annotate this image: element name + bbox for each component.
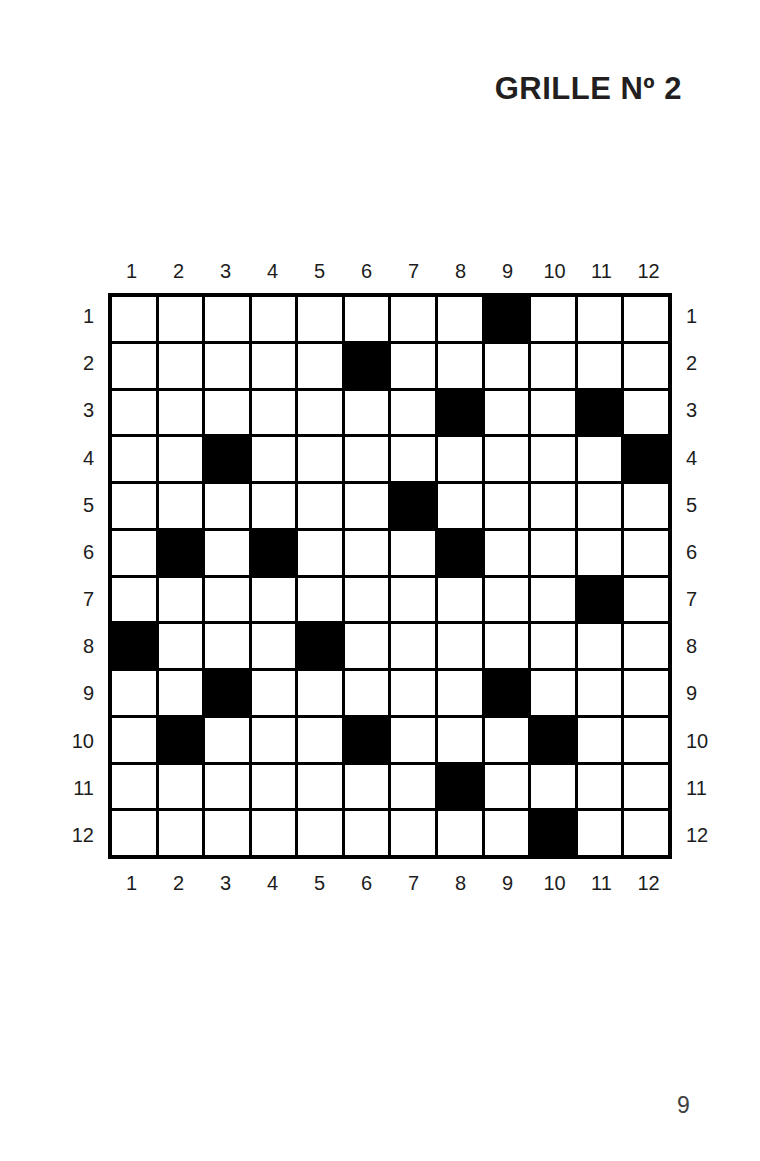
grid-cell[interactable] [485, 391, 529, 435]
grid-cell[interactable] [252, 344, 296, 388]
black-cell [159, 531, 203, 575]
grid-cell[interactable] [159, 297, 203, 341]
grid-cell[interactable] [578, 811, 622, 855]
grid-cell[interactable] [485, 531, 529, 575]
grid-cell[interactable] [205, 297, 249, 341]
grid-cell[interactable] [252, 718, 296, 762]
grid-cell[interactable] [578, 437, 622, 481]
grid-cell[interactable] [205, 391, 249, 435]
grid-cell[interactable] [252, 484, 296, 528]
col-label: 11 [578, 258, 625, 284]
grid-cell[interactable] [438, 811, 482, 855]
grid-cell[interactable] [345, 671, 389, 715]
grid-cell[interactable] [205, 811, 249, 855]
black-cell [578, 578, 622, 622]
grid-cell[interactable] [485, 344, 529, 388]
col-label: 1 [108, 870, 155, 896]
row-label: 8 [50, 623, 94, 670]
col-label: 7 [390, 870, 437, 896]
grid-cell[interactable] [438, 297, 482, 341]
grid-cell[interactable] [252, 437, 296, 481]
col-label: 10 [531, 870, 578, 896]
black-cell [205, 437, 249, 481]
grid-cell[interactable] [205, 718, 249, 762]
grid-cell[interactable] [159, 578, 203, 622]
grid-cell[interactable] [159, 624, 203, 668]
grid-cell[interactable] [252, 391, 296, 435]
grid-cell[interactable] [112, 344, 156, 388]
grid-cell[interactable] [159, 484, 203, 528]
grid-cell[interactable] [298, 437, 342, 481]
grid-cell[interactable] [345, 765, 389, 809]
row-label: 5 [50, 482, 94, 529]
black-cell [391, 484, 435, 528]
grid-cell[interactable] [112, 765, 156, 809]
row-label: 10 [686, 718, 730, 765]
grid-cell[interactable] [578, 344, 622, 388]
grid-cell[interactable] [624, 531, 668, 575]
page-title: GRILLE Nº 2 [495, 71, 682, 107]
grid-cell[interactable] [298, 297, 342, 341]
grid-cell[interactable] [391, 531, 435, 575]
black-cell [438, 391, 482, 435]
grid-cell[interactable] [391, 624, 435, 668]
grid-cell[interactable] [438, 484, 482, 528]
grid-cell[interactable] [298, 344, 342, 388]
black-cell [345, 718, 389, 762]
grid-cell[interactable] [112, 811, 156, 855]
col-label: 3 [202, 870, 249, 896]
black-cell [485, 671, 529, 715]
row-label: 2 [686, 340, 730, 387]
grid-cell[interactable] [438, 578, 482, 622]
grid-cell[interactable] [578, 765, 622, 809]
black-cell [531, 811, 575, 855]
black-cell [438, 531, 482, 575]
grid-cell[interactable] [531, 578, 575, 622]
grid-cell[interactable] [345, 811, 389, 855]
col-label: 9 [484, 870, 531, 896]
col-label: 10 [531, 258, 578, 284]
col-label: 3 [202, 258, 249, 284]
grid-cell[interactable] [112, 297, 156, 341]
grid-cell[interactable] [298, 531, 342, 575]
grid-cell[interactable] [298, 811, 342, 855]
grid-cell[interactable] [298, 578, 342, 622]
grid-cell[interactable] [252, 765, 296, 809]
grid-cell[interactable] [391, 437, 435, 481]
grid-cell[interactable] [391, 297, 435, 341]
row-label: 6 [686, 529, 730, 576]
grid-cell[interactable] [391, 391, 435, 435]
grid-cell[interactable] [531, 297, 575, 341]
row-label: 3 [50, 387, 94, 434]
row-label: 7 [50, 576, 94, 623]
col-label: 5 [296, 870, 343, 896]
grid-cell[interactable] [438, 718, 482, 762]
grid-cell[interactable] [345, 437, 389, 481]
row-label: 12 [686, 812, 730, 859]
black-cell [298, 624, 342, 668]
grid-cell[interactable] [485, 484, 529, 528]
grid-cell[interactable] [205, 765, 249, 809]
grid-cell[interactable] [578, 718, 622, 762]
grid-cell[interactable] [112, 718, 156, 762]
grid-cell[interactable] [578, 484, 622, 528]
grid-cell[interactable] [112, 531, 156, 575]
col-label: 7 [390, 258, 437, 284]
grid-cell[interactable] [438, 624, 482, 668]
col-label: 8 [437, 258, 484, 284]
grid-cell[interactable] [205, 531, 249, 575]
grid-cell[interactable] [159, 344, 203, 388]
col-label: 4 [249, 870, 296, 896]
grid-cell[interactable] [345, 391, 389, 435]
col-label: 12 [625, 870, 672, 896]
grid-cell[interactable] [252, 578, 296, 622]
black-cell [205, 671, 249, 715]
grid-cell[interactable] [205, 578, 249, 622]
col-label: 5 [296, 258, 343, 284]
grid-cell[interactable] [252, 671, 296, 715]
row-label: 3 [686, 387, 730, 434]
grid-cell[interactable] [159, 437, 203, 481]
grid-cell[interactable] [112, 437, 156, 481]
grid-cell[interactable] [624, 578, 668, 622]
grid-cell[interactable] [391, 811, 435, 855]
grid-cell[interactable] [624, 297, 668, 341]
grid-cell[interactable] [438, 437, 482, 481]
col-label: 6 [343, 870, 390, 896]
row-label: 4 [686, 435, 730, 482]
col-labels-bottom: 123456789101112 [108, 870, 672, 896]
grid-cell[interactable] [531, 765, 575, 809]
grid-cell[interactable] [485, 811, 529, 855]
grid-cell[interactable] [485, 578, 529, 622]
row-label: 11 [686, 765, 730, 812]
col-label: 8 [437, 870, 484, 896]
grid-cell[interactable] [578, 624, 622, 668]
grid-cell[interactable] [531, 671, 575, 715]
grid-cell[interactable] [531, 391, 575, 435]
grid-cell[interactable] [624, 718, 668, 762]
page-number: 9 [677, 1092, 690, 1119]
grid-cell[interactable] [159, 391, 203, 435]
black-cell [578, 391, 622, 435]
grid-cell[interactable] [298, 484, 342, 528]
grid-cell[interactable] [485, 765, 529, 809]
grid-cell[interactable] [438, 344, 482, 388]
black-cell [485, 297, 529, 341]
row-label: 12 [50, 812, 94, 859]
grid-cell[interactable] [159, 765, 203, 809]
black-cell [345, 344, 389, 388]
grid-cell[interactable] [485, 624, 529, 668]
grid-cell[interactable] [112, 671, 156, 715]
grid-cell[interactable] [578, 671, 622, 715]
grid-cell[interactable] [159, 671, 203, 715]
black-cell [624, 437, 668, 481]
grid-cell[interactable] [252, 297, 296, 341]
col-label: 12 [625, 258, 672, 284]
grid-cell[interactable] [531, 344, 575, 388]
grid-cell[interactable] [112, 578, 156, 622]
col-label: 6 [343, 258, 390, 284]
row-label: 8 [686, 623, 730, 670]
col-label: 4 [249, 258, 296, 284]
grid-cell[interactable] [578, 297, 622, 341]
row-label: 6 [50, 529, 94, 576]
grid-cell[interactable] [298, 765, 342, 809]
grid-cell[interactable] [531, 484, 575, 528]
grid-cell[interactable] [624, 624, 668, 668]
grid-cell[interactable] [531, 437, 575, 481]
black-cell [252, 531, 296, 575]
black-cell [112, 624, 156, 668]
grid-cell[interactable] [345, 578, 389, 622]
grid-cell[interactable] [578, 531, 622, 575]
grid-cell[interactable] [391, 578, 435, 622]
grid-cell[interactable] [485, 437, 529, 481]
grid-cell[interactable] [112, 484, 156, 528]
black-cell [438, 765, 482, 809]
grid-cell[interactable] [391, 718, 435, 762]
row-label: 9 [686, 670, 730, 717]
grid-cell[interactable] [298, 391, 342, 435]
grid-cell[interactable] [345, 484, 389, 528]
grid-cell[interactable] [624, 811, 668, 855]
row-labels-right: 123456789101112 [686, 293, 730, 859]
col-label: 1 [108, 258, 155, 284]
grid-cell[interactable] [391, 765, 435, 809]
col-label: 9 [484, 258, 531, 284]
black-cell [159, 718, 203, 762]
grid-cell[interactable] [252, 624, 296, 668]
row-label: 11 [50, 765, 94, 812]
grid-cell[interactable] [159, 811, 203, 855]
col-label: 2 [155, 870, 202, 896]
row-label: 10 [50, 718, 94, 765]
row-label: 1 [686, 293, 730, 340]
crossword-grid [108, 293, 672, 859]
grid-cell[interactable] [205, 344, 249, 388]
row-label: 1 [50, 293, 94, 340]
grid-cell[interactable] [624, 344, 668, 388]
grid-cell[interactable] [391, 671, 435, 715]
row-label: 4 [50, 435, 94, 482]
row-label: 7 [686, 576, 730, 623]
grid-cell[interactable] [345, 531, 389, 575]
grid-cell[interactable] [624, 671, 668, 715]
grid-cell[interactable] [531, 531, 575, 575]
grid-cell[interactable] [205, 624, 249, 668]
grid-cell[interactable] [252, 811, 296, 855]
row-label: 2 [50, 340, 94, 387]
row-label: 5 [686, 482, 730, 529]
grid-cell[interactable] [438, 671, 482, 715]
row-label: 9 [50, 670, 94, 717]
grid-cell[interactable] [298, 671, 342, 715]
grid-cell[interactable] [391, 344, 435, 388]
grid-cell[interactable] [624, 391, 668, 435]
col-label: 2 [155, 258, 202, 284]
black-cell [531, 718, 575, 762]
col-label: 11 [578, 870, 625, 896]
grid-cell[interactable] [298, 718, 342, 762]
grid-cell[interactable] [112, 391, 156, 435]
row-labels-left: 123456789101112 [50, 293, 94, 859]
col-labels-top: 123456789101112 [108, 258, 672, 284]
grid-cell[interactable] [205, 484, 249, 528]
grid-cell[interactable] [624, 484, 668, 528]
grid-cell[interactable] [345, 297, 389, 341]
grid-cell[interactable] [624, 765, 668, 809]
grid-cell[interactable] [531, 624, 575, 668]
grid-cell[interactable] [345, 624, 389, 668]
grid-cell[interactable] [485, 718, 529, 762]
